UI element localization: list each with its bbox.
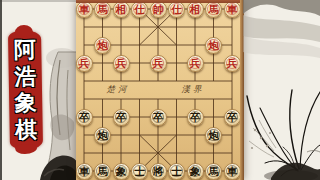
frame-edge	[0, 0, 2, 180]
xiangqi-piece-red[interactable]: 兵	[113, 55, 130, 72]
xiangqi-piece-red[interactable]: 相	[113, 1, 130, 18]
xiangqi-piece-black[interactable]: 士	[168, 163, 185, 180]
xiangqi-piece-red[interactable]: 車	[224, 1, 241, 18]
xiangqi-piece-red[interactable]: 馬	[205, 1, 222, 18]
piece-character: 車	[227, 1, 238, 18]
piece-character: 炮	[208, 127, 219, 144]
piece-character: 馬	[97, 163, 108, 180]
piece-character: 炮	[97, 127, 108, 144]
piece-character: 車	[79, 1, 90, 18]
piece-character: 兵	[227, 55, 238, 72]
piece-character: 兵	[79, 55, 90, 72]
piece-character: 仕	[171, 1, 182, 18]
piece-character: 卒	[190, 109, 201, 126]
xiangqi-piece-red[interactable]: 炮	[94, 37, 111, 54]
piece-character: 車	[227, 163, 238, 180]
piece-character: 炮	[208, 37, 219, 54]
xiangqi-piece-black[interactable]: 卒	[76, 109, 93, 126]
piece-character: 將	[153, 163, 164, 180]
xiangqi-piece-red[interactable]: 帥	[150, 1, 167, 18]
xiangqi-piece-black[interactable]: 卒	[150, 109, 167, 126]
river-label-left: 楚河	[107, 84, 130, 96]
xiangqi-piece-black[interactable]: 車	[76, 163, 93, 180]
piece-character: 卒	[153, 109, 164, 126]
xiangqi-piece-black[interactable]: 將	[150, 163, 167, 180]
piece-character: 相	[190, 1, 201, 18]
banner-char: 棋	[15, 116, 37, 143]
piece-character: 卒	[227, 109, 238, 126]
piece-character: 馬	[97, 1, 108, 18]
banner-char: 浩	[14, 63, 36, 90]
piece-character: 帥	[153, 1, 164, 18]
xiangqi-piece-black[interactable]: 炮	[205, 127, 222, 144]
piece-character: 兵	[190, 55, 201, 72]
ink-painting-right	[243, 0, 320, 180]
xiangqi-piece-red[interactable]: 馬	[94, 1, 111, 18]
piece-character: 馬	[208, 1, 219, 18]
xiangqi-piece-red[interactable]: 兵	[150, 55, 167, 72]
piece-character: 士	[134, 163, 145, 180]
xiangqi-piece-red[interactable]: 兵	[187, 55, 204, 72]
piece-character: 卒	[79, 109, 90, 126]
xiangqi-piece-red[interactable]: 炮	[205, 37, 222, 54]
piece-character: 馬	[208, 163, 219, 180]
xiangqi-piece-black[interactable]: 卒	[113, 109, 130, 126]
piece-character: 卒	[116, 109, 127, 126]
piece-character: 士	[171, 163, 182, 180]
xiangqi-piece-black[interactable]: 馬	[205, 163, 222, 180]
xiangqi-piece-red[interactable]: 車	[76, 1, 93, 18]
piece-character: 兵	[153, 55, 164, 72]
xiangqi-piece-black[interactable]: 馬	[94, 163, 111, 180]
xiangqi-piece-black[interactable]: 車	[224, 163, 241, 180]
xiangqi-piece-black[interactable]: 象	[113, 163, 130, 180]
piece-character: 兵	[116, 55, 127, 72]
video-thumbnail: 阿 浩 象 棋 楚河 漢界 車馬相仕帥仕相馬車炮炮兵兵兵兵兵卒卒卒卒卒炮炮車馬象…	[0, 0, 320, 180]
xiangqi-piece-red[interactable]: 兵	[224, 55, 241, 72]
xiangqi-piece-red[interactable]: 相	[187, 1, 204, 18]
piece-character: 象	[116, 163, 127, 180]
xiangqi-piece-black[interactable]: 士	[131, 163, 148, 180]
xiangqi-piece-red[interactable]: 兵	[76, 55, 93, 72]
xiangqi-piece-black[interactable]: 卒	[187, 109, 204, 126]
river-label-right: 漢界	[182, 84, 205, 96]
xiangqi-board: 楚河 漢界 車馬相仕帥仕相馬車炮炮兵兵兵兵兵卒卒卒卒卒炮炮車馬象士將士象馬車	[76, 0, 244, 180]
piece-character: 炮	[97, 37, 108, 54]
xiangqi-piece-red[interactable]: 仕	[131, 1, 148, 18]
xiangqi-piece-black[interactable]: 象	[187, 163, 204, 180]
board-grid	[76, 0, 244, 180]
channel-banner: 阿 浩 象 棋	[8, 30, 43, 151]
piece-character: 相	[116, 1, 127, 18]
xiangqi-piece-black[interactable]: 卒	[224, 109, 241, 126]
banner-char: 象	[15, 90, 37, 117]
piece-character: 仕	[134, 1, 145, 18]
banner-char: 阿	[14, 37, 36, 64]
xiangqi-piece-black[interactable]: 炮	[94, 127, 111, 144]
piece-character: 象	[190, 163, 201, 180]
xiangqi-piece-red[interactable]: 仕	[168, 1, 185, 18]
piece-character: 車	[79, 163, 90, 180]
